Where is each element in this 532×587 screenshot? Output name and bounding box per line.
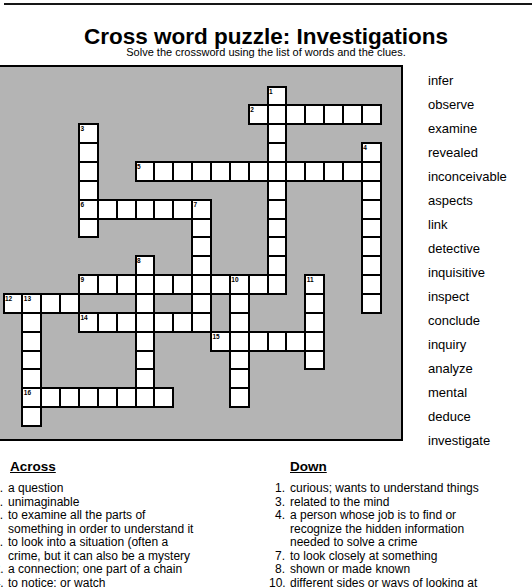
- grid-cell-r15c7[interactable]: [135, 368, 156, 389]
- word-bank-item-deduce: deduce: [428, 405, 528, 429]
- word-bank-item-inquiry: inquiry: [428, 333, 528, 357]
- grid-cell-r7c14[interactable]: [267, 218, 288, 239]
- grid-cell-r13c11[interactable]: [210, 331, 231, 352]
- grid-cell-r9c14[interactable]: [267, 255, 288, 276]
- grid-cell-r6c14[interactable]: [267, 199, 288, 220]
- grid-cell-r3c19[interactable]: [361, 142, 382, 163]
- grid-cell-r16c6[interactable]: [116, 387, 137, 408]
- grid-cell-r4c7[interactable]: [135, 161, 156, 182]
- grid-cell-r4c17[interactable]: [323, 161, 344, 182]
- down-clue-10: 10.different sides or ways of looking at: [269, 577, 532, 587]
- grid-cell-r13c15[interactable]: [285, 331, 306, 352]
- word-bank-item-inconceivable: inconceivable: [428, 165, 528, 189]
- grid-cell-r14c7[interactable]: [135, 350, 156, 371]
- clue-number: 10.: [269, 577, 285, 587]
- crossword-grid: 25691214151613478101113: [0, 65, 403, 441]
- grid-cell-r14c12[interactable]: [229, 350, 250, 371]
- grid-cell-r12c10[interactable]: [191, 312, 212, 333]
- grid-cell-r4c8[interactable]: [153, 161, 174, 182]
- down-clue-4: 4.a person whose job is to find or recog…: [269, 509, 532, 550]
- grid-cell-r13c7[interactable]: [135, 331, 156, 352]
- grid-cell-r6c8[interactable]: [153, 199, 174, 220]
- word-bank: inferobserveexaminerevealedinconceivable…: [428, 69, 528, 453]
- grid-cell-r3c4[interactable]: [78, 142, 99, 163]
- grid-cell-r4c10[interactable]: [191, 161, 212, 182]
- grid-cell-r4c19[interactable]: [361, 161, 382, 182]
- grid-cell-r10c13[interactable]: [248, 274, 269, 295]
- top-rule: [4, 3, 532, 5]
- grid-cell-r9c19[interactable]: [361, 255, 382, 276]
- grid-cell-r11c2[interactable]: [40, 293, 61, 314]
- grid-cell-r9c7[interactable]: [135, 255, 156, 276]
- clue-text: a question: [8, 482, 63, 496]
- grid-cell-r14c16[interactable]: [304, 350, 325, 371]
- grid-cell-r11c10[interactable]: [191, 293, 212, 314]
- down-clue-8: 8.shown or made known: [269, 563, 532, 577]
- clue-text: shown or made known: [290, 563, 410, 577]
- grid-cell-r14c1[interactable]: [21, 350, 42, 371]
- grid-cell-r5c4[interactable]: [78, 180, 99, 201]
- grid-cell-r12c6[interactable]: [116, 312, 137, 333]
- grid-cell-r4c18[interactable]: [342, 161, 363, 182]
- word-bank-item-examine: examine: [428, 117, 528, 141]
- grid-cell-r10c19[interactable]: [361, 274, 382, 295]
- clue-text: curious; wants to understand things: [290, 482, 479, 496]
- grid-cell-r6c4[interactable]: [78, 199, 99, 220]
- clue-text: a connection; one part of a chain: [8, 563, 182, 577]
- grid-cell-r13c12[interactable]: [229, 331, 250, 352]
- across-clue-2: 2.a question: [0, 482, 279, 496]
- grid-cell-r1c15[interactable]: [285, 104, 306, 125]
- grid-cell-r1c18[interactable]: [342, 104, 363, 125]
- grid-cell-r11c19[interactable]: [361, 293, 382, 314]
- grid-cell-r4c16[interactable]: [304, 161, 325, 182]
- across-clue-6: 6.to examine all the parts of something …: [0, 509, 279, 536]
- clue-number: 12.: [0, 563, 3, 577]
- grid-cell-r16c12[interactable]: [229, 387, 250, 408]
- page-subtitle: Solve the crossword using the list of wo…: [0, 46, 532, 58]
- clue-number: 6.: [0, 509, 3, 536]
- clue-text: a person whose job is to find or recogni…: [290, 509, 464, 550]
- grid-cell-r5c14[interactable]: [267, 180, 288, 201]
- clue-number: 3.: [269, 496, 285, 510]
- grid-cell-r10c11[interactable]: [210, 274, 231, 295]
- grid-cell-r10c16[interactable]: [304, 274, 325, 295]
- grid-cell-r16c2[interactable]: [40, 387, 61, 408]
- clue-number: 7.: [269, 550, 285, 564]
- grid-cell-r15c12[interactable]: [229, 368, 250, 389]
- grid-cell-r12c4[interactable]: [78, 312, 99, 333]
- clue-text: to look into a situation (often a crime,…: [8, 536, 190, 563]
- across-clue-12: 12.a connection; one part of a chain: [0, 563, 279, 577]
- clue-number: 1.: [269, 482, 285, 496]
- grid-cell-r11c0[interactable]: [3, 293, 24, 314]
- grid-cell-r12c5[interactable]: [97, 312, 118, 333]
- grid-cell-r10c7[interactable]: [135, 274, 156, 295]
- grid-cell-r12c8[interactable]: [153, 312, 174, 333]
- grid-cell-r12c16[interactable]: [304, 312, 325, 333]
- word-bank-item-revealed: revealed: [428, 141, 528, 165]
- grid-cell-r13c13[interactable]: [248, 331, 269, 352]
- grid-cell-r0c14[interactable]: [267, 86, 288, 107]
- across-clue-9: 9.to look into a situation (often a crim…: [0, 536, 279, 563]
- grid-cell-r1c14[interactable]: [267, 104, 288, 125]
- grid-cell-r10c5[interactable]: [97, 274, 118, 295]
- grid-cell-r12c7[interactable]: [135, 312, 156, 333]
- grid-cell-r4c9[interactable]: [172, 161, 193, 182]
- word-bank-item-analyze: analyze: [428, 357, 528, 381]
- clue-number: 5.: [0, 496, 3, 510]
- grid-cell-r5c19[interactable]: [361, 180, 382, 201]
- clue-number: 8.: [269, 563, 285, 577]
- grid-cell-r12c1[interactable]: [21, 312, 42, 333]
- grid-cell-r9c10[interactable]: [191, 255, 212, 276]
- grid-cell-r8c10[interactable]: [191, 236, 212, 257]
- grid-cell-r11c7[interactable]: [135, 293, 156, 314]
- grid-cell-r10c8[interactable]: [153, 274, 174, 295]
- word-bank-item-aspects: aspects: [428, 189, 528, 213]
- grid-cell-r13c1[interactable]: [21, 331, 42, 352]
- word-bank-item-link: link: [428, 213, 528, 237]
- across-clue-list: 2.a question5.unimaginable6.to examine a…: [0, 482, 279, 587]
- grid-cell-r2c4[interactable]: [78, 123, 99, 144]
- grid-cell-r3c14[interactable]: [267, 142, 288, 163]
- across-header: Across: [10, 459, 56, 474]
- word-bank-item-infer: infer: [428, 69, 528, 93]
- down-clue-7: 7.to look closely at something: [269, 550, 532, 564]
- down-clue-list: 1.curious; wants to understand things3.r…: [269, 482, 532, 587]
- across-clue-5: 5.unimaginable: [0, 496, 279, 510]
- grid-cell-r4c13[interactable]: [248, 161, 269, 182]
- grid-cell-r7c19[interactable]: [361, 218, 382, 239]
- grid-cell-r1c19[interactable]: [361, 104, 382, 125]
- grid-cell-r4c4[interactable]: [78, 161, 99, 182]
- clue-text: to look closely at something: [290, 550, 437, 564]
- grid-cell-r13c14[interactable]: [267, 331, 288, 352]
- down-clue-1: 1.curious; wants to understand things: [269, 482, 532, 496]
- word-bank-item-inquisitive: inquisitive: [428, 261, 528, 285]
- grid-cell-r6c9[interactable]: [172, 199, 193, 220]
- grid-cell-r4c11[interactable]: [210, 161, 231, 182]
- grid-cell-r4c15[interactable]: [285, 161, 306, 182]
- grid-cell-r12c9[interactable]: [172, 312, 193, 333]
- down-clue-3: 3.related to the mind: [269, 496, 532, 510]
- word-bank-item-conclude: conclude: [428, 309, 528, 333]
- grid-cell-r16c5[interactable]: [97, 387, 118, 408]
- grid-cell-r13c16[interactable]: [304, 331, 325, 352]
- grid-cell-r7c10[interactable]: [191, 218, 212, 239]
- grid-cell-r16c1[interactable]: [21, 387, 42, 408]
- grid-cell-r7c4[interactable]: [78, 218, 99, 239]
- grid-cell-r17c1[interactable]: [21, 406, 42, 427]
- clue-number: 2.: [0, 482, 3, 496]
- clue-text: to notice; or watch: [8, 577, 105, 587]
- grid-cell-r11c16[interactable]: [304, 293, 325, 314]
- grid-cell-r10c14[interactable]: [267, 274, 288, 295]
- grid-cell-r16c3[interactable]: [59, 387, 80, 408]
- grid-cell-r4c12[interactable]: [229, 161, 250, 182]
- word-bank-item-inspect: inspect: [428, 285, 528, 309]
- word-bank-item-observe: observe: [428, 93, 528, 117]
- grid-cell-r10c10[interactable]: [191, 274, 212, 295]
- grid-cell-r6c5[interactable]: [97, 199, 118, 220]
- grid-cell-r6c7[interactable]: [135, 199, 156, 220]
- word-bank-item-investigate: investigate: [428, 429, 528, 453]
- word-bank-item-mental: mental: [428, 381, 528, 405]
- clue-text: unimaginable: [8, 496, 79, 510]
- grid-cell-r6c6[interactable]: [116, 199, 137, 220]
- grid-cell-r11c12[interactable]: [229, 293, 250, 314]
- grid-cell-r6c10[interactable]: [191, 199, 212, 220]
- grid-cell-r6c19[interactable]: [361, 199, 382, 220]
- grid-cell-r1c17[interactable]: [323, 104, 344, 125]
- grid-cell-r10c4[interactable]: [78, 274, 99, 295]
- grid-cell-r11c3[interactable]: [59, 293, 80, 314]
- down-header: Down: [290, 459, 327, 474]
- clue-text: to examine all the parts of something in…: [8, 509, 193, 536]
- clue-number: 9.: [0, 536, 3, 563]
- grid-cell-r2c14[interactable]: [267, 123, 288, 144]
- grid-cell-r1c16[interactable]: [304, 104, 325, 125]
- grid-cell-r15c1[interactable]: [21, 368, 42, 389]
- grid-cell-r16c4[interactable]: [78, 387, 99, 408]
- grid-cell-r8c14[interactable]: [267, 236, 288, 257]
- grid-cell-r10c9[interactable]: [172, 274, 193, 295]
- worksheet-page: Cross word puzzle: Investigations Solve …: [0, 0, 532, 587]
- grid-cell-r11c1[interactable]: [21, 293, 42, 314]
- grid-cell-r16c7[interactable]: [135, 387, 156, 408]
- clue-text: related to the mind: [290, 496, 389, 510]
- clue-number: 14.: [0, 577, 3, 587]
- grid-cell-r12c12[interactable]: [229, 312, 250, 333]
- grid-cell-r4c14[interactable]: [267, 161, 288, 182]
- grid-cell-r16c8[interactable]: [153, 387, 174, 408]
- word-bank-item-detective: detective: [428, 237, 528, 261]
- grid-cell-r8c19[interactable]: [361, 236, 382, 257]
- across-clue-14: 14.to notice; or watch: [0, 577, 279, 587]
- grid-cell-r10c6[interactable]: [116, 274, 137, 295]
- clue-number: 4.: [269, 509, 285, 550]
- grid-cell-r10c12[interactable]: [229, 274, 250, 295]
- grid-cell-r1c13[interactable]: [248, 104, 269, 125]
- clue-text: different sides or ways of looking at: [290, 577, 477, 587]
